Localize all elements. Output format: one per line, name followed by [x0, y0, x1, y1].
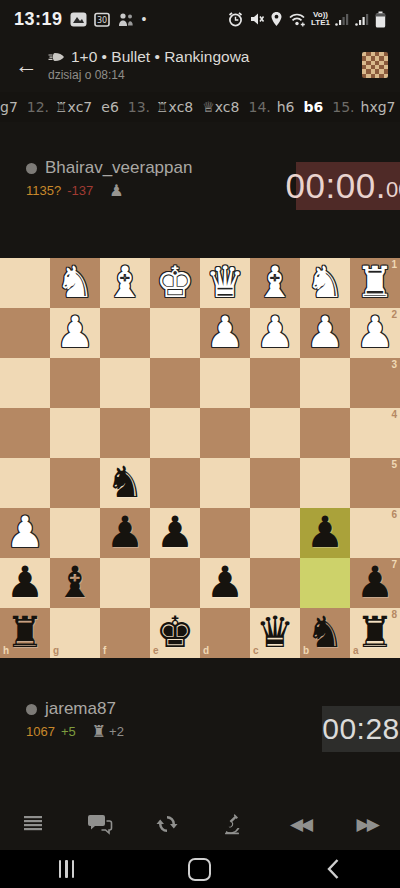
app-bar: ← 1+0 • Bullet • Rankingowa dzisiaj o 08…	[0, 38, 400, 92]
square-f8[interactable]: f	[100, 608, 150, 658]
square-f3[interactable]	[100, 358, 150, 408]
move-token[interactable]: 13.	[128, 99, 150, 115]
square-h8[interactable]: ♜h	[0, 608, 50, 658]
move-token[interactable]: h6	[277, 99, 295, 115]
file-label: b	[303, 646, 309, 656]
white-pawn: ♟	[0, 508, 50, 558]
microscope-icon	[221, 812, 245, 836]
white-bishop: ♝	[250, 258, 300, 308]
square-e6[interactable]: ♟	[150, 508, 200, 558]
rank-label: 3	[391, 360, 397, 370]
move-token[interactable]: b6	[304, 99, 324, 115]
square-b3[interactable]	[300, 358, 350, 408]
file-label: h	[3, 646, 9, 656]
backward-button[interactable]: ◀◀	[267, 798, 334, 850]
player-bottom-name[interactable]: jarema87	[45, 699, 116, 719]
player-bottom: jarema87 1067 +5 ♜ +2 00:28	[0, 695, 400, 757]
square-f4[interactable]	[100, 408, 150, 458]
player-bottom-rating: 1067	[26, 724, 55, 739]
black-bishop: ♝	[50, 558, 100, 608]
square-c1[interactable]: ♝	[250, 258, 300, 308]
back-chevron-icon	[326, 858, 340, 880]
file-label: e	[153, 646, 159, 656]
calendar-icon: 30	[94, 12, 110, 27]
square-e8[interactable]: ♚e	[150, 608, 200, 658]
square-e7[interactable]	[150, 558, 200, 608]
square-e2[interactable]	[150, 308, 200, 358]
captured-pieces-tray: ♟	[109, 181, 123, 200]
square-e4[interactable]	[150, 408, 200, 458]
captured-pawn-icon: ♟	[109, 181, 123, 200]
square-h2[interactable]	[0, 308, 50, 358]
move-list[interactable]: g712.♖xc7e613.♖xc8♕xc814.h6b615.hxg7a616…	[0, 92, 400, 122]
back-button[interactable]: ←	[8, 47, 44, 83]
white-king: ♚	[150, 258, 200, 308]
bullet-icon	[48, 51, 65, 63]
player-top-rating-delta: -137	[67, 183, 93, 198]
clock-top: 00:00. 00	[296, 162, 400, 210]
square-b5[interactable]	[300, 458, 350, 508]
alarm-icon	[227, 11, 244, 28]
black-pawn: ♟	[300, 508, 350, 558]
square-c7[interactable]	[250, 558, 300, 608]
square-g2[interactable]: ♟	[50, 308, 100, 358]
square-e3[interactable]	[150, 358, 200, 408]
move-token[interactable]: hxg7	[361, 99, 396, 115]
square-f2[interactable]	[100, 308, 150, 358]
black-knight: ♞	[100, 458, 150, 508]
square-b6[interactable]: ♟	[300, 508, 350, 558]
material-advantage: +2	[109, 724, 124, 739]
square-g7[interactable]: ♝	[50, 558, 100, 608]
square-f1[interactable]: ♝	[100, 258, 150, 308]
rank-label: 7	[391, 560, 397, 570]
square-d4[interactable]	[200, 408, 250, 458]
move-token[interactable]: g7	[0, 99, 18, 115]
file-label: d	[203, 646, 209, 656]
player-top-name[interactable]: Bhairav_veerappan	[45, 158, 192, 178]
signal-bars-icon	[355, 12, 370, 26]
square-g3[interactable]	[50, 358, 100, 408]
square-d1[interactable]: ♛	[200, 258, 250, 308]
square-h3[interactable]	[0, 358, 50, 408]
chess-board: ♞♝♚♛♝♞♜1♟♟♟♟♟234♞5♟♟♟♟6♟♝♟♟7♜hgf♚ed♛c♞b♜…	[0, 258, 400, 658]
square-c3[interactable]	[250, 358, 300, 408]
rank-label: 8	[391, 610, 397, 620]
player-bottom-rating-delta: +5	[61, 724, 76, 739]
calendar-day-number: 30	[96, 16, 106, 25]
wifi-icon	[288, 12, 306, 27]
black-pawn: ♟	[200, 558, 250, 608]
move-token[interactable]: ♕xc8	[202, 99, 239, 115]
notification-dot-icon: •	[142, 11, 147, 27]
game-title: 1+0 • Bullet • Rankingowa	[71, 48, 249, 66]
battery-icon	[375, 11, 386, 28]
square-b7[interactable]	[300, 558, 350, 608]
square-f5[interactable]: ♞	[100, 458, 150, 508]
volte-indicator: Vo)) LTE1	[311, 11, 330, 27]
square-a4[interactable]: 4	[350, 408, 400, 458]
square-g6[interactable]	[50, 508, 100, 558]
mute-icon	[249, 11, 265, 27]
rank-label: 2	[391, 310, 397, 320]
square-b2[interactable]: ♟	[300, 308, 350, 358]
square-c2[interactable]: ♟	[250, 308, 300, 358]
square-g5[interactable]	[50, 458, 100, 508]
square-a3[interactable]: 3	[350, 358, 400, 408]
analysis-button[interactable]	[200, 798, 267, 850]
location-icon	[270, 11, 283, 27]
rank-label: 5	[391, 460, 397, 470]
square-c6[interactable]	[250, 508, 300, 558]
white-knight: ♞	[50, 258, 100, 308]
player-top-rating: 1135?	[26, 183, 61, 198]
square-h1[interactable]	[0, 258, 50, 308]
android-back-button[interactable]	[267, 850, 400, 888]
rematch-icon	[155, 812, 179, 836]
square-d6[interactable]	[200, 508, 250, 558]
chessboard-icon[interactable]	[362, 52, 388, 78]
file-label: g	[53, 646, 59, 656]
square-c8[interactable]: ♛c	[250, 608, 300, 658]
square-f7[interactable]	[100, 558, 150, 608]
menu-icon	[21, 813, 45, 835]
square-a1[interactable]: ♜1	[350, 258, 400, 308]
rank-label: 4	[391, 410, 397, 420]
white-pawn: ♟	[200, 308, 250, 358]
black-pawn: ♟	[150, 508, 200, 558]
bottom-toolbar: ◀◀ ▶▶	[0, 798, 400, 850]
square-b1[interactable]: ♞	[300, 258, 350, 308]
square-f6[interactable]: ♟	[100, 508, 150, 558]
black-pawn: ♟	[100, 508, 150, 558]
white-knight: ♞	[300, 258, 350, 308]
square-h5[interactable]	[0, 458, 50, 508]
black-pawn: ♟	[0, 558, 50, 608]
home-icon	[188, 858, 211, 881]
move-token[interactable]: ♖xc7	[55, 99, 92, 115]
square-c5[interactable]	[250, 458, 300, 508]
app-screen: 13:19 30 •	[0, 0, 400, 888]
square-g1[interactable]: ♞	[50, 258, 100, 308]
move-token[interactable]: 15.	[332, 99, 354, 115]
player-top: Bhairav_veerappan 1135? -137 ♟ 00:00. 00	[0, 158, 400, 215]
menu-button[interactable]	[0, 798, 67, 850]
forward-icon: ▶▶	[357, 814, 377, 834]
square-a2[interactable]: ♟2	[350, 308, 400, 358]
square-h7[interactable]: ♟	[0, 558, 50, 608]
chat-icon	[87, 813, 113, 835]
square-c4[interactable]	[250, 408, 300, 458]
clock-bottom: 00:28	[322, 706, 400, 752]
gallery-icon	[70, 12, 87, 27]
square-d2[interactable]: ♟	[200, 308, 250, 358]
white-pawn: ♟	[250, 308, 300, 358]
android-nav-bar	[0, 850, 400, 888]
chat-button[interactable]	[67, 798, 134, 850]
white-queen: ♛	[200, 258, 250, 308]
forward-button[interactable]: ▶▶	[333, 798, 400, 850]
rank-label: 6	[391, 510, 397, 520]
square-b8[interactable]: ♞b	[300, 608, 350, 658]
player-status-dot	[26, 704, 37, 715]
rank-label: 1	[391, 260, 397, 270]
move-token[interactable]: 12.	[27, 99, 49, 115]
move-token[interactable]: ♖xc8	[156, 99, 193, 115]
backward-icon: ◀◀	[290, 814, 310, 834]
status-time: 13:19	[14, 9, 63, 30]
white-bishop: ♝	[100, 258, 150, 308]
recents-button[interactable]	[0, 850, 133, 888]
square-a8[interactable]: ♜8a	[350, 608, 400, 658]
square-b4[interactable]	[300, 408, 350, 458]
captured-pieces-tray: ♜ +2	[92, 722, 124, 741]
move-token[interactable]: e6	[101, 99, 119, 115]
white-pawn: ♟	[300, 308, 350, 358]
square-d5[interactable]	[200, 458, 250, 508]
clock-top-fraction: 00	[386, 177, 400, 203]
square-h6[interactable]: ♟	[0, 508, 50, 558]
square-g4[interactable]	[50, 408, 100, 458]
rematch-button[interactable]	[133, 798, 200, 850]
clock-top-time: 00:00.	[286, 166, 386, 206]
file-label: c	[253, 646, 259, 656]
captured-rook-icon: ♜	[92, 722, 106, 741]
status-bar: 13:19 30 •	[0, 0, 400, 38]
square-e5[interactable]	[150, 458, 200, 508]
square-e1[interactable]: ♚	[150, 258, 200, 308]
recents-icon	[59, 860, 75, 878]
player-status-dot	[26, 163, 37, 174]
square-g8[interactable]: g	[50, 608, 100, 658]
file-label: f	[103, 646, 106, 656]
square-a7[interactable]: ♟7	[350, 558, 400, 608]
clock-bottom-time: 00:28	[322, 712, 400, 746]
file-label: a	[353, 646, 359, 656]
signal-bars-icon	[335, 12, 350, 26]
move-token[interactable]: 14.	[248, 99, 270, 115]
home-button[interactable]	[133, 850, 266, 888]
square-d7[interactable]: ♟	[200, 558, 250, 608]
square-h4[interactable]	[0, 408, 50, 458]
square-a6[interactable]: 6	[350, 508, 400, 558]
square-d8[interactable]: d	[200, 608, 250, 658]
teams-icon	[117, 12, 135, 27]
square-a5[interactable]: 5	[350, 458, 400, 508]
white-pawn: ♟	[50, 308, 100, 358]
game-date: dzisiaj o 08:14	[48, 68, 362, 82]
square-d3[interactable]	[200, 358, 250, 408]
